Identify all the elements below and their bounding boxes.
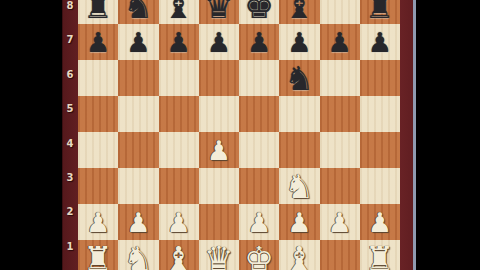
square-g2[interactable]: ♟ — [320, 204, 360, 240]
rank-label-3: 3 — [62, 172, 78, 184]
white-knight-f3: ♞ — [285, 169, 315, 205]
square-h8[interactable]: ♜ — [360, 0, 400, 24]
white-rook-a1: ♜ — [83, 241, 113, 270]
square-g6[interactable] — [320, 60, 360, 96]
white-pawn-g2: ♟ — [328, 205, 352, 241]
square-b8[interactable]: ♞ — [118, 0, 158, 24]
square-e8[interactable]: ♚ — [239, 0, 279, 24]
square-f3[interactable]: ♞ — [279, 168, 319, 204]
square-d2[interactable] — [199, 204, 239, 240]
square-a3[interactable] — [78, 168, 118, 204]
square-b4[interactable] — [118, 132, 158, 168]
black-rook-h8: ♜ — [365, 0, 395, 25]
white-pawn-c2: ♟ — [167, 205, 191, 241]
chess-board[interactable]: ♜♞♝♛♚♝♜♟♟♟♟♟♟♟♟♞♟♞♟♟♟♟♟♟♟♜♞♝♛♚♝♜ — [78, 0, 400, 270]
square-f6[interactable]: ♞ — [279, 60, 319, 96]
rank-label-4: 4 — [62, 138, 78, 150]
square-d5[interactable] — [199, 96, 239, 132]
square-a8[interactable]: ♜ — [78, 0, 118, 24]
rank-label-8: 8 — [62, 0, 78, 12]
black-pawn-e7: ♟ — [247, 25, 271, 61]
square-a6[interactable] — [78, 60, 118, 96]
rank-label-strip: 87654321 — [62, 0, 78, 270]
square-e4[interactable] — [239, 132, 279, 168]
square-d4[interactable]: ♟ — [199, 132, 239, 168]
square-c6[interactable] — [159, 60, 199, 96]
square-a5[interactable] — [78, 96, 118, 132]
square-e7[interactable]: ♟ — [239, 24, 279, 60]
white-rook-h1: ♜ — [365, 241, 395, 270]
square-g7[interactable]: ♟ — [320, 24, 360, 60]
white-bishop-c1: ♝ — [164, 241, 194, 270]
black-rook-a8: ♜ — [83, 0, 113, 25]
square-g3[interactable] — [320, 168, 360, 204]
rank-label-7: 7 — [62, 34, 78, 46]
square-c5[interactable] — [159, 96, 199, 132]
black-bishop-f8: ♝ — [285, 0, 315, 25]
white-knight-b1: ♞ — [124, 241, 154, 270]
rank-label-1: 1 — [62, 241, 78, 253]
square-h7[interactable]: ♟ — [360, 24, 400, 60]
square-h1[interactable]: ♜ — [360, 240, 400, 270]
video-frame: 87654321 ♜♞♝♛♚♝♜♟♟♟♟♟♟♟♟♞♟♞♟♟♟♟♟♟♟♜♞♝♛♚♝… — [0, 0, 480, 270]
square-f7[interactable]: ♟ — [279, 24, 319, 60]
square-b7[interactable]: ♟ — [118, 24, 158, 60]
black-bishop-c8: ♝ — [164, 0, 194, 25]
square-c8[interactable]: ♝ — [159, 0, 199, 24]
square-e2[interactable]: ♟ — [239, 204, 279, 240]
rank-label-2: 2 — [62, 206, 78, 218]
rank-label-6: 6 — [62, 69, 78, 81]
white-pawn-a2: ♟ — [86, 205, 110, 241]
square-h3[interactable] — [360, 168, 400, 204]
square-b6[interactable] — [118, 60, 158, 96]
rank-label-5: 5 — [62, 103, 78, 115]
square-c2[interactable]: ♟ — [159, 204, 199, 240]
white-pawn-h2: ♟ — [368, 205, 392, 241]
square-b5[interactable] — [118, 96, 158, 132]
square-f5[interactable] — [279, 96, 319, 132]
black-pawn-h7: ♟ — [368, 25, 392, 61]
black-pawn-a7: ♟ — [86, 25, 110, 61]
square-e5[interactable] — [239, 96, 279, 132]
black-queen-d8: ♛ — [204, 0, 234, 25]
square-b2[interactable]: ♟ — [118, 204, 158, 240]
square-h2[interactable]: ♟ — [360, 204, 400, 240]
black-pawn-d7: ♟ — [207, 25, 231, 61]
square-c4[interactable] — [159, 132, 199, 168]
square-g8[interactable] — [320, 0, 360, 24]
square-c3[interactable] — [159, 168, 199, 204]
square-f8[interactable]: ♝ — [279, 0, 319, 24]
square-g5[interactable] — [320, 96, 360, 132]
square-f4[interactable] — [279, 132, 319, 168]
square-d3[interactable] — [199, 168, 239, 204]
black-pawn-f7: ♟ — [287, 25, 311, 61]
letterbox-right — [416, 0, 480, 270]
square-g4[interactable] — [320, 132, 360, 168]
square-a1[interactable]: ♜ — [78, 240, 118, 270]
square-h6[interactable] — [360, 60, 400, 96]
square-c7[interactable]: ♟ — [159, 24, 199, 60]
black-knight-f6: ♞ — [285, 61, 315, 97]
black-pawn-g7: ♟ — [328, 25, 352, 61]
chess-board-frame: 87654321 ♜♞♝♛♚♝♜♟♟♟♟♟♟♟♟♞♟♞♟♟♟♟♟♟♟♜♞♝♛♚♝… — [62, 0, 416, 270]
square-a7[interactable]: ♟ — [78, 24, 118, 60]
square-d6[interactable] — [199, 60, 239, 96]
square-d8[interactable]: ♛ — [199, 0, 239, 24]
square-c1[interactable]: ♝ — [159, 240, 199, 270]
square-e6[interactable] — [239, 60, 279, 96]
white-pawn-e2: ♟ — [247, 205, 271, 241]
square-a4[interactable] — [78, 132, 118, 168]
square-b1[interactable]: ♞ — [118, 240, 158, 270]
frame-edge-highlight — [413, 0, 416, 270]
white-pawn-d4: ♟ — [207, 133, 231, 169]
letterbox-left — [0, 0, 62, 270]
square-f1[interactable]: ♝ — [279, 240, 319, 270]
square-e3[interactable] — [239, 168, 279, 204]
black-king-e8: ♚ — [244, 0, 274, 25]
white-bishop-f1: ♝ — [285, 241, 315, 270]
square-h4[interactable] — [360, 132, 400, 168]
square-g1[interactable] — [320, 240, 360, 270]
white-king-e1: ♚ — [244, 241, 274, 270]
white-pawn-f2: ♟ — [287, 205, 311, 241]
white-pawn-b2: ♟ — [126, 205, 150, 241]
white-queen-d1: ♛ — [204, 241, 234, 270]
square-e1[interactable]: ♚ — [239, 240, 279, 270]
square-b3[interactable] — [118, 168, 158, 204]
square-h5[interactable] — [360, 96, 400, 132]
square-d1[interactable]: ♛ — [199, 240, 239, 270]
black-knight-b8: ♞ — [124, 0, 154, 25]
square-a2[interactable]: ♟ — [78, 204, 118, 240]
black-pawn-b7: ♟ — [126, 25, 150, 61]
square-d7[interactable]: ♟ — [199, 24, 239, 60]
square-f2[interactable]: ♟ — [279, 204, 319, 240]
black-pawn-c7: ♟ — [167, 25, 191, 61]
